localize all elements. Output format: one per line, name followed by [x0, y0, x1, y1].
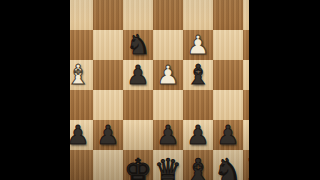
chess-board: ♜♞♝♚♛♞♜♟♟♟♟♟♟♞♟♝♟♟♝♟♟♟♟♟♟♟♜♚♛♝♞♜ [70, 0, 249, 180]
piece-white-pawn: ♟ [153, 60, 183, 90]
piece-black-pawn: ♟ [70, 120, 93, 150]
square-g8 [70, 150, 93, 180]
square-f3 [93, 0, 123, 30]
square-b7: ♟ [213, 120, 243, 150]
piece-black-queen: ♛ [153, 155, 183, 180]
piece-white-pawn: ♟ [183, 30, 213, 60]
piece-black-knight: ♞ [123, 30, 153, 60]
piece-black-bishop: ♝ [183, 60, 213, 90]
pillarbox-right [249, 0, 320, 180]
square-f6 [93, 90, 123, 120]
piece-black-king: ♚ [123, 155, 153, 180]
square-d6 [153, 90, 183, 120]
square-c4: ♟ [183, 30, 213, 60]
square-d8: ♛ [153, 150, 183, 180]
square-c7: ♟ [183, 120, 213, 150]
piece-black-pawn: ♟ [183, 120, 213, 150]
piece-black-pawn: ♟ [213, 120, 243, 150]
square-e7 [123, 120, 153, 150]
square-g6 [70, 90, 93, 120]
square-c8: ♝ [183, 150, 213, 180]
square-e6 [123, 90, 153, 120]
square-b8: ♞ [213, 150, 243, 180]
square-d7: ♟ [153, 120, 183, 150]
square-e8: ♚ [123, 150, 153, 180]
piece-black-pawn: ♟ [123, 60, 153, 90]
square-d5: ♟ [153, 60, 183, 90]
square-g4 [70, 30, 93, 60]
square-g7: ♟ [70, 120, 93, 150]
square-f7: ♟ [93, 120, 123, 150]
piece-black-pawn: ♟ [153, 120, 183, 150]
square-b5 [213, 60, 243, 90]
square-b4 [213, 30, 243, 60]
piece-black-knight: ♞ [213, 155, 243, 180]
square-e3 [123, 0, 153, 30]
square-c6 [183, 90, 213, 120]
square-b3 [213, 0, 243, 30]
piece-white-bishop: ♝ [70, 60, 93, 90]
square-e4: ♞ [123, 30, 153, 60]
square-f5 [93, 60, 123, 90]
square-e5: ♟ [123, 60, 153, 90]
piece-black-bishop: ♝ [183, 155, 213, 180]
square-c3 [183, 0, 213, 30]
square-g5: ♝ [70, 60, 93, 90]
pillarbox-left [0, 0, 70, 180]
square-f4 [93, 30, 123, 60]
piece-black-pawn: ♟ [93, 120, 123, 150]
square-d4 [153, 30, 183, 60]
square-f8 [93, 150, 123, 180]
square-b6 [213, 90, 243, 120]
square-d3 [153, 0, 183, 30]
square-g3 [70, 0, 93, 30]
square-c5: ♝ [183, 60, 213, 90]
video-frame[interactable]: ♜♞♝♚♛♞♜♟♟♟♟♟♟♞♟♝♟♟♝♟♟♟♟♟♟♟♜♚♛♝♞♜ [70, 0, 249, 180]
